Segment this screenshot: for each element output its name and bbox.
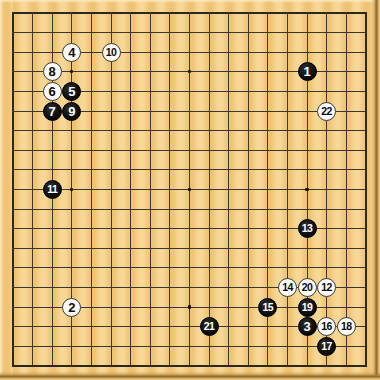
grid-vline-13 bbox=[248, 12, 249, 367]
go-board: 12345678910111213141516171819202122 bbox=[0, 0, 380, 380]
grid-vline-19 bbox=[365, 12, 367, 367]
grid-hline-11 bbox=[12, 209, 367, 210]
grid-vline-12 bbox=[228, 12, 229, 367]
star-point bbox=[70, 70, 73, 73]
stone-black-3: 3 bbox=[298, 317, 317, 336]
stone-black-13: 13 bbox=[298, 219, 317, 238]
star-point bbox=[70, 188, 73, 191]
stone-white-12: 12 bbox=[317, 278, 336, 297]
stone-black-5: 5 bbox=[62, 82, 81, 101]
grid-hline-13 bbox=[12, 248, 367, 249]
stone-white-20: 20 bbox=[298, 278, 317, 297]
star-point bbox=[305, 188, 308, 191]
board-bevel-right bbox=[371, 0, 380, 380]
stone-black-9: 9 bbox=[62, 102, 81, 121]
stone-black-1: 1 bbox=[298, 62, 317, 81]
stone-white-18: 18 bbox=[337, 317, 356, 336]
grid-hline-19 bbox=[12, 365, 367, 367]
grid-vline-18 bbox=[346, 12, 347, 367]
stone-white-6: 6 bbox=[43, 82, 62, 101]
stone-black-21: 21 bbox=[200, 317, 219, 336]
board-bevel-left bbox=[0, 0, 3, 380]
star-point bbox=[188, 305, 191, 308]
stone-white-2: 2 bbox=[62, 298, 81, 317]
stone-black-7: 7 bbox=[43, 102, 62, 121]
grid-vline-17 bbox=[326, 12, 327, 367]
stone-black-11: 11 bbox=[43, 180, 62, 199]
stone-white-22: 22 bbox=[317, 102, 336, 121]
stone-white-14: 14 bbox=[278, 278, 297, 297]
stone-white-10: 10 bbox=[102, 43, 121, 62]
stone-white-4: 4 bbox=[62, 43, 81, 62]
star-point bbox=[188, 188, 191, 191]
stone-white-8: 8 bbox=[43, 62, 62, 81]
stone-black-15: 15 bbox=[258, 298, 277, 317]
grid-hline-14 bbox=[12, 267, 367, 268]
stone-black-19: 19 bbox=[298, 298, 317, 317]
board-bevel-top bbox=[0, 0, 380, 3]
stone-white-16: 16 bbox=[317, 317, 336, 336]
grid-vline-15 bbox=[287, 12, 288, 367]
grid-hline-18 bbox=[12, 346, 367, 347]
star-point bbox=[188, 70, 191, 73]
stone-black-17: 17 bbox=[317, 337, 336, 356]
grid-vline-11 bbox=[209, 12, 210, 367]
board-bevel-bottom bbox=[0, 371, 380, 380]
